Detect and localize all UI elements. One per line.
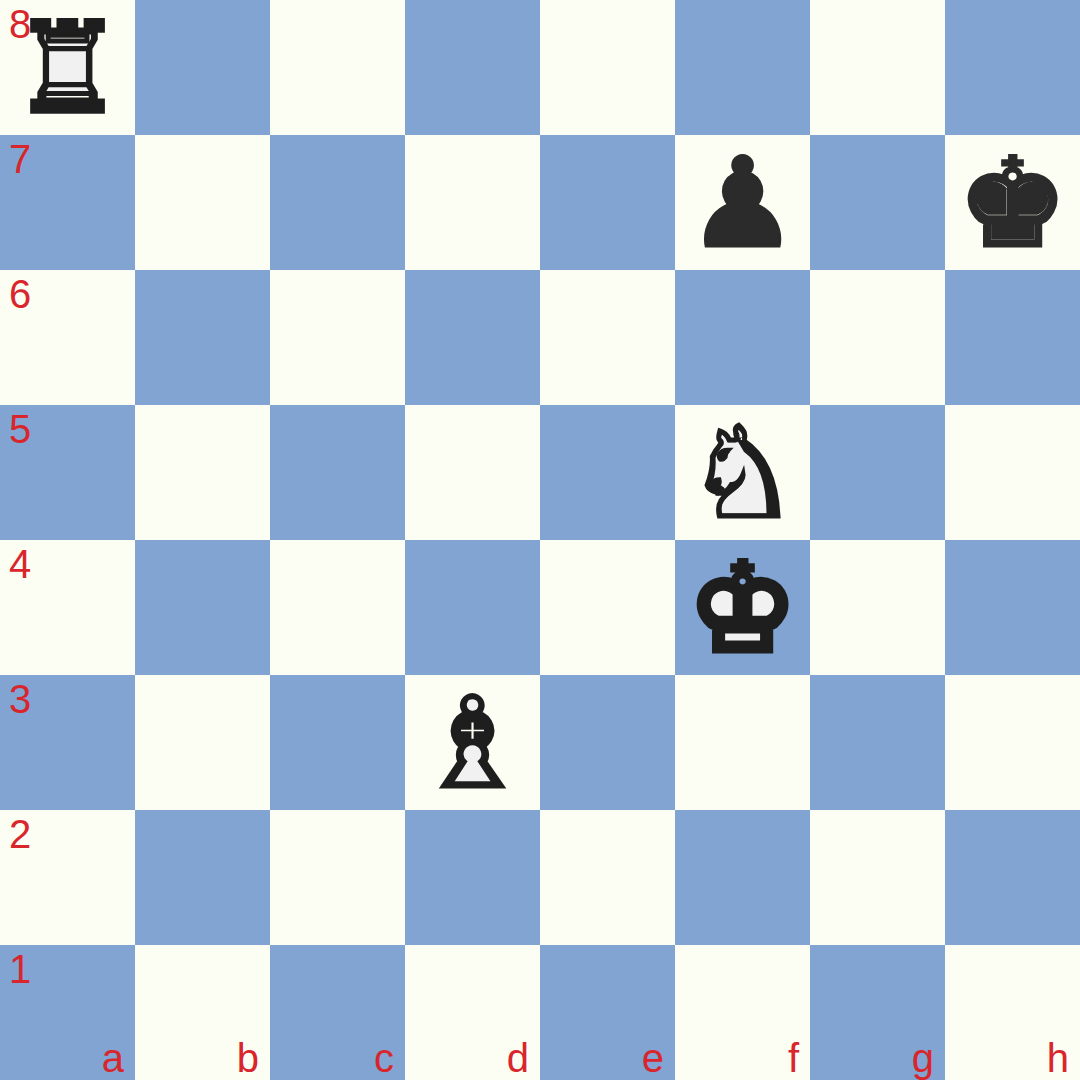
square-b8[interactable] bbox=[135, 0, 270, 135]
rank-label-1: 1 bbox=[9, 947, 31, 991]
square-h2[interactable] bbox=[945, 810, 1080, 945]
white-king-outline: ♔ bbox=[675, 540, 810, 675]
white-bishop[interactable]: ♝♗ bbox=[405, 675, 540, 810]
square-b2[interactable] bbox=[135, 810, 270, 945]
square-f1[interactable]: f bbox=[675, 945, 810, 1080]
white-rook-outline: ♖ bbox=[0, 0, 135, 135]
square-c7[interactable] bbox=[270, 135, 405, 270]
square-a6[interactable]: 6 bbox=[0, 270, 135, 405]
square-g6[interactable] bbox=[810, 270, 945, 405]
square-g8[interactable] bbox=[810, 0, 945, 135]
square-h6[interactable] bbox=[945, 270, 1080, 405]
file-label-e: e bbox=[642, 1038, 664, 1078]
square-h7[interactable]: ♚ bbox=[945, 135, 1080, 270]
file-label-f: f bbox=[788, 1038, 799, 1078]
square-e7[interactable] bbox=[540, 135, 675, 270]
square-d8[interactable] bbox=[405, 0, 540, 135]
square-g5[interactable] bbox=[810, 405, 945, 540]
square-d4[interactable] bbox=[405, 540, 540, 675]
square-b3[interactable] bbox=[135, 675, 270, 810]
square-a2[interactable]: 2 bbox=[0, 810, 135, 945]
black-pawn[interactable]: ♟ bbox=[675, 135, 810, 270]
square-f2[interactable] bbox=[675, 810, 810, 945]
rank-label-3: 3 bbox=[9, 677, 31, 721]
square-c4[interactable] bbox=[270, 540, 405, 675]
rank-label-6: 6 bbox=[9, 272, 31, 316]
square-f5[interactable]: ♞♘ bbox=[675, 405, 810, 540]
square-b7[interactable] bbox=[135, 135, 270, 270]
square-b6[interactable] bbox=[135, 270, 270, 405]
square-g2[interactable] bbox=[810, 810, 945, 945]
black-king-glyph: ♚ bbox=[945, 135, 1080, 270]
square-g7[interactable] bbox=[810, 135, 945, 270]
white-knight[interactable]: ♞♘ bbox=[675, 405, 810, 540]
rank-label-4: 4 bbox=[9, 542, 31, 586]
square-a3[interactable]: 3 bbox=[0, 675, 135, 810]
square-d2[interactable] bbox=[405, 810, 540, 945]
square-e6[interactable] bbox=[540, 270, 675, 405]
square-f3[interactable] bbox=[675, 675, 810, 810]
square-f4[interactable]: ♚♔ bbox=[675, 540, 810, 675]
square-h5[interactable] bbox=[945, 405, 1080, 540]
black-king[interactable]: ♚ bbox=[945, 135, 1080, 270]
square-f7[interactable]: ♟ bbox=[675, 135, 810, 270]
square-b1[interactable]: b bbox=[135, 945, 270, 1080]
rank-label-5: 5 bbox=[9, 407, 31, 451]
square-e8[interactable] bbox=[540, 0, 675, 135]
square-f6[interactable] bbox=[675, 270, 810, 405]
file-label-c: c bbox=[374, 1038, 394, 1078]
square-g3[interactable] bbox=[810, 675, 945, 810]
square-d5[interactable] bbox=[405, 405, 540, 540]
square-f8[interactable] bbox=[675, 0, 810, 135]
square-d1[interactable]: d bbox=[405, 945, 540, 1080]
square-h4[interactable] bbox=[945, 540, 1080, 675]
file-label-h: h bbox=[1047, 1038, 1069, 1078]
square-h3[interactable] bbox=[945, 675, 1080, 810]
square-b4[interactable] bbox=[135, 540, 270, 675]
rank-label-7: 7 bbox=[9, 137, 31, 181]
square-c8[interactable] bbox=[270, 0, 405, 135]
square-e4[interactable] bbox=[540, 540, 675, 675]
file-label-a: a bbox=[102, 1038, 124, 1078]
square-e2[interactable] bbox=[540, 810, 675, 945]
square-c5[interactable] bbox=[270, 405, 405, 540]
square-g1[interactable]: g bbox=[810, 945, 945, 1080]
file-label-g: g bbox=[912, 1038, 934, 1078]
square-a1[interactable]: 1a bbox=[0, 945, 135, 1080]
square-c3[interactable] bbox=[270, 675, 405, 810]
square-h1[interactable]: h bbox=[945, 945, 1080, 1080]
square-c2[interactable] bbox=[270, 810, 405, 945]
square-c1[interactable]: c bbox=[270, 945, 405, 1080]
square-b5[interactable] bbox=[135, 405, 270, 540]
square-g4[interactable] bbox=[810, 540, 945, 675]
black-pawn-glyph: ♟ bbox=[675, 135, 810, 270]
square-d3[interactable]: ♝♗ bbox=[405, 675, 540, 810]
rank-label-2: 2 bbox=[9, 812, 31, 856]
square-c6[interactable] bbox=[270, 270, 405, 405]
square-e3[interactable] bbox=[540, 675, 675, 810]
square-a8[interactable]: 8♜♖ bbox=[0, 0, 135, 135]
square-a5[interactable]: 5 bbox=[0, 405, 135, 540]
file-label-b: b bbox=[237, 1038, 259, 1078]
white-king[interactable]: ♚♔ bbox=[675, 540, 810, 675]
white-bishop-outline: ♗ bbox=[405, 675, 540, 810]
white-rook[interactable]: ♜♖ bbox=[0, 0, 135, 135]
square-a7[interactable]: 7 bbox=[0, 135, 135, 270]
file-label-d: d bbox=[507, 1038, 529, 1078]
square-a4[interactable]: 4 bbox=[0, 540, 135, 675]
square-e5[interactable] bbox=[540, 405, 675, 540]
square-h8[interactable] bbox=[945, 0, 1080, 135]
square-e1[interactable]: e bbox=[540, 945, 675, 1080]
white-knight-outline: ♘ bbox=[675, 405, 810, 540]
square-d7[interactable] bbox=[405, 135, 540, 270]
chess-board: 8♜♖7♟♚65♞♘4♚♔3♝♗21abcdefgh bbox=[0, 0, 1080, 1080]
square-d6[interactable] bbox=[405, 270, 540, 405]
